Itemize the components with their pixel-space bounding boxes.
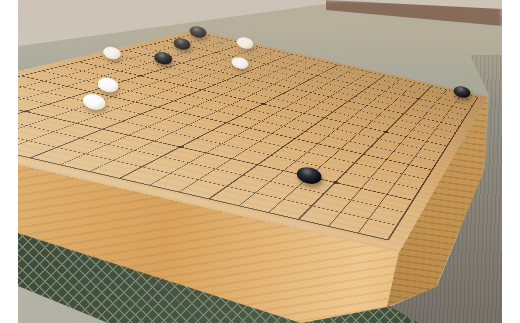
photo-frame bbox=[0, 0, 520, 323]
photo bbox=[18, 0, 502, 323]
focus-haze bbox=[18, 0, 502, 323]
